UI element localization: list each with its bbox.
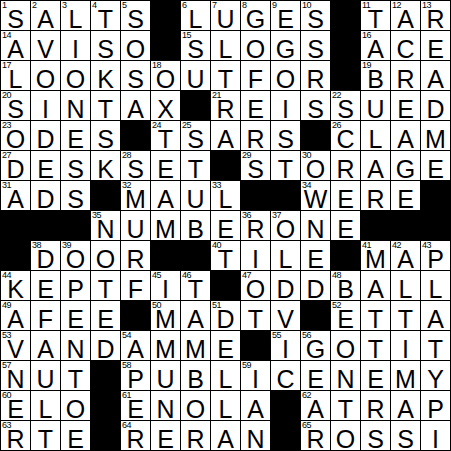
cell-r4-c8[interactable]: 21R	[211, 91, 241, 121]
cell-r15-c7[interactable]: R	[181, 421, 211, 451]
cell-letter: R	[121, 241, 150, 271]
block-r9-c6	[151, 241, 181, 271]
cell-letter: T	[91, 271, 120, 301]
cell-letter: A	[31, 331, 60, 361]
cell-letter: E	[61, 421, 90, 451]
cell-r9-c3[interactable]: 39O	[61, 241, 91, 271]
cell-r10-c13[interactable]: A	[361, 271, 391, 301]
cell-r12-c11[interactable]: 56G	[301, 331, 331, 361]
cell-letter: T	[181, 151, 210, 181]
cell-r13-c13[interactable]: E	[361, 361, 391, 391]
cell-letter: S	[271, 121, 300, 151]
cell-letter: A	[391, 121, 420, 151]
cell-letter: L	[61, 1, 90, 31]
cell-letter: T	[211, 61, 240, 91]
cell-letter: E	[121, 391, 150, 421]
cell-r12-c3[interactable]: N	[61, 331, 91, 361]
cell-r1-c11[interactable]: 10S	[301, 1, 331, 31]
cell-letter: B	[361, 61, 390, 91]
cell-r9-c4[interactable]: O	[91, 241, 121, 271]
cell-r2-c2[interactable]: V	[31, 31, 61, 61]
cell-r7-c5[interactable]: 32M	[121, 181, 151, 211]
cell-r3-c10[interactable]: O	[271, 61, 301, 91]
cell-r4-c15[interactable]: D	[421, 91, 451, 121]
cell-r6-c5[interactable]: 28S	[121, 151, 151, 181]
cell-letter: R	[211, 91, 240, 121]
block-r7-c10	[271, 181, 301, 211]
cell-r1-c14[interactable]: 12A	[391, 1, 421, 31]
cell-r12-c4[interactable]: D	[91, 331, 121, 361]
cell-r15-c14[interactable]: S	[391, 421, 421, 451]
cell-letter: S	[61, 181, 90, 211]
cell-letter: S	[91, 31, 120, 61]
cell-r1-c2[interactable]: 2A	[31, 1, 61, 31]
cell-letter: R	[241, 211, 270, 241]
block-r3-c12	[331, 61, 361, 91]
cell-r9-c11[interactable]: E	[301, 241, 331, 271]
cell-r15-c15[interactable]: I	[421, 421, 451, 451]
cell-letter: G	[241, 1, 270, 31]
cell-r3-c2[interactable]: O	[31, 61, 61, 91]
cell-r9-c8[interactable]: 40T	[211, 241, 241, 271]
cell-r3-c7[interactable]: U	[181, 61, 211, 91]
cell-r8-c8[interactable]: E	[211, 211, 241, 241]
cell-letter: A	[391, 1, 420, 31]
cell-r3-c1[interactable]: 17L	[1, 61, 31, 91]
cell-r6-c1[interactable]: 27D	[1, 151, 31, 181]
cell-r3-c15[interactable]: A	[421, 61, 451, 91]
cell-r15-c3[interactable]: E	[61, 421, 91, 451]
cell-r14-c14[interactable]: A	[391, 391, 421, 421]
block-r4-c7	[181, 91, 211, 121]
cell-r15-c9[interactable]: N	[241, 421, 271, 451]
cell-letter: A	[361, 271, 390, 301]
cell-r8-c10[interactable]: 37O	[271, 211, 301, 241]
cell-r9-c15[interactable]: 43P	[421, 241, 451, 271]
cell-letter: T	[271, 151, 300, 181]
cell-letter: N	[61, 331, 90, 361]
cell-r9-c2[interactable]: 38D	[31, 241, 61, 271]
cell-r12-c6[interactable]: M	[151, 331, 181, 361]
cell-letter: S	[121, 151, 150, 181]
cell-r11-c4[interactable]: E	[91, 301, 121, 331]
cell-r6-c12[interactable]: R	[331, 151, 361, 181]
cell-r6-c11[interactable]: 30O	[301, 151, 331, 181]
cell-r9-c10[interactable]: L	[271, 241, 301, 271]
cell-r6-c6[interactable]: E	[151, 151, 181, 181]
cell-letter: D	[421, 91, 450, 121]
cell-r11-c10[interactable]: V	[271, 301, 301, 331]
cell-r4-c4[interactable]: T	[91, 91, 121, 121]
cell-r10-c4[interactable]: T	[91, 271, 121, 301]
cell-letter: A	[151, 181, 180, 211]
cell-letter: U	[181, 61, 210, 91]
cell-r3-c5[interactable]: S	[121, 61, 151, 91]
cell-letter: N	[241, 421, 270, 451]
cell-r15-c6[interactable]: E	[151, 421, 181, 451]
cell-r5-c9[interactable]: R	[241, 121, 271, 151]
cell-r4-c9[interactable]: E	[241, 91, 271, 121]
block-r15-c10	[271, 421, 301, 451]
cell-letter: L	[1, 61, 30, 91]
cell-r6-c13[interactable]: A	[361, 151, 391, 181]
cell-r15-c13[interactable]: S	[361, 421, 391, 451]
cell-r11-c6[interactable]: 50M	[151, 301, 181, 331]
block-r2-c6	[151, 31, 181, 61]
cell-r13-c7[interactable]: B	[181, 361, 211, 391]
cell-r5-c2[interactable]: D	[31, 121, 61, 151]
cell-r5-c13[interactable]: L	[361, 121, 391, 151]
cell-r14-c1[interactable]: 60E	[1, 391, 31, 421]
cell-r3-c13[interactable]: 19B	[361, 61, 391, 91]
cell-r10-c9[interactable]: 47O	[241, 271, 271, 301]
cell-letter: S	[301, 91, 330, 121]
cell-letter: L	[361, 121, 390, 151]
block-r13-c4	[91, 361, 121, 391]
cell-r12-c7[interactable]: M	[181, 331, 211, 361]
cell-r9-c14[interactable]: 42A	[391, 241, 421, 271]
cell-r5-c6[interactable]: 24T	[151, 121, 181, 151]
cell-r13-c12[interactable]: N	[331, 361, 361, 391]
cell-r8-c12[interactable]: E	[331, 211, 361, 241]
cell-letter: O	[241, 271, 270, 301]
cell-letter: A	[361, 31, 390, 61]
cell-r13-c1[interactable]: 57N	[1, 361, 31, 391]
cell-r13-c3[interactable]: T	[61, 361, 91, 391]
cell-r7-c2[interactable]: D	[31, 181, 61, 211]
cell-r4-c1[interactable]: 20S	[1, 91, 31, 121]
cell-r10-c15[interactable]: L	[421, 271, 451, 301]
cell-r4-c10[interactable]: I	[271, 91, 301, 121]
cell-r1-c4[interactable]: 4T	[91, 1, 121, 31]
cell-letter: E	[31, 151, 60, 181]
cell-r11-c9[interactable]: T	[241, 301, 271, 331]
cell-r1-c10[interactable]: 9E	[271, 1, 301, 31]
cell-letter: N	[151, 391, 180, 421]
cell-letter: C	[391, 31, 420, 61]
block-r7-c15	[421, 181, 451, 211]
cell-r6-c3[interactable]: S	[61, 151, 91, 181]
cell-letter: A	[1, 31, 30, 61]
cell-r5-c4[interactable]: S	[91, 121, 121, 151]
cell-r14-c13[interactable]: R	[361, 391, 391, 421]
cell-r10-c1[interactable]: 44K	[1, 271, 31, 301]
cell-r10-c11[interactable]: D	[301, 271, 331, 301]
cell-r4-c14[interactable]: E	[391, 91, 421, 121]
cell-r10-c10[interactable]: D	[271, 271, 301, 301]
cell-r13-c2[interactable]: U	[31, 361, 61, 391]
cell-r4-c2[interactable]: I	[31, 91, 61, 121]
cell-r7-c14[interactable]: E	[391, 181, 421, 211]
cell-r10-c6[interactable]: 45I	[151, 271, 181, 301]
cell-letter: N	[91, 211, 120, 241]
cell-r15-c12[interactable]: O	[331, 421, 361, 451]
cell-r9-c13[interactable]: 41M	[361, 241, 391, 271]
cell-r8-c6[interactable]: M	[151, 211, 181, 241]
cell-letter: O	[271, 211, 300, 241]
cell-letter: P	[421, 391, 450, 421]
cell-r3-c14[interactable]: R	[391, 61, 421, 91]
cell-letter: E	[301, 361, 330, 391]
cell-r2-c8[interactable]: L	[211, 31, 241, 61]
block-r8-c14	[391, 211, 421, 241]
cell-r14-c11[interactable]: 62A	[301, 391, 331, 421]
cell-letter: E	[61, 301, 90, 331]
cell-r10-c5[interactable]: F	[121, 271, 151, 301]
cell-letter: Y	[421, 361, 450, 391]
cell-r11-c3[interactable]: E	[61, 301, 91, 331]
cell-r9-c9[interactable]: I	[241, 241, 271, 271]
cell-r13-c5[interactable]: 58P	[121, 361, 151, 391]
cell-letter: P	[61, 271, 90, 301]
cell-letter: A	[211, 421, 240, 451]
cell-r3-c3[interactable]: O	[61, 61, 91, 91]
cell-letter: A	[1, 181, 30, 211]
cell-r14-c5[interactable]: 61E	[121, 391, 151, 421]
cell-letter: A	[301, 391, 330, 421]
block-r8-c3	[61, 211, 91, 241]
cell-r1-c13[interactable]: 11T	[361, 1, 391, 31]
cell-r3-c9[interactable]: F	[241, 61, 271, 91]
cell-r15-c1[interactable]: 63R	[1, 421, 31, 451]
cell-r7-c3[interactable]: S	[61, 181, 91, 211]
cell-r12-c5[interactable]: 54A	[121, 331, 151, 361]
cell-r2-c14[interactable]: C	[391, 31, 421, 61]
cell-r4-c12[interactable]: 22S	[331, 91, 361, 121]
cell-letter: T	[151, 121, 180, 151]
cell-r14-c7[interactable]: O	[181, 391, 211, 421]
cell-letter: O	[181, 391, 210, 421]
cell-r1-c3[interactable]: 3L	[61, 1, 91, 31]
cell-r10-c2[interactable]: E	[31, 271, 61, 301]
cell-r12-c10[interactable]: 55I	[271, 331, 301, 361]
cell-letter: M	[361, 241, 390, 271]
cell-r12-c13[interactable]: T	[361, 331, 391, 361]
cell-letter: S	[121, 1, 150, 31]
cell-r2-c3[interactable]: I	[61, 31, 91, 61]
cell-r13-c6[interactable]: U	[151, 361, 181, 391]
cell-r1-c1[interactable]: 1S	[1, 1, 31, 31]
cell-r8-c4[interactable]: 35N	[91, 211, 121, 241]
cell-letter: R	[181, 421, 210, 451]
cell-r10-c7[interactable]: 46T	[181, 271, 211, 301]
cell-r2-c5[interactable]: O	[121, 31, 151, 61]
cell-r15-c8[interactable]: A	[211, 421, 241, 451]
cell-r3-c4[interactable]: K	[91, 61, 121, 91]
cell-r2-c13[interactable]: 16A	[361, 31, 391, 61]
block-r7-c9	[241, 181, 271, 211]
cell-letter: S	[331, 91, 360, 121]
cell-letter: L	[391, 271, 420, 301]
cell-letter: R	[301, 61, 330, 91]
cell-r13-c8[interactable]: L	[211, 361, 241, 391]
cell-letter: G	[301, 331, 330, 361]
cell-r6-c4[interactable]: K	[91, 151, 121, 181]
cell-r10-c12[interactable]: 48B	[331, 271, 361, 301]
cell-r13-c10[interactable]: C	[271, 361, 301, 391]
cell-r5-c12[interactable]: 26C	[331, 121, 361, 151]
cell-r6-c10[interactable]: T	[271, 151, 301, 181]
cell-r2-c11[interactable]: S	[301, 31, 331, 61]
cell-r1-c5[interactable]: 5S	[121, 1, 151, 31]
cell-letter: I	[61, 31, 90, 61]
cell-r11-c1[interactable]: 49A	[1, 301, 31, 331]
cell-r12-c12[interactable]: O	[331, 331, 361, 361]
cell-r14-c2[interactable]: L	[31, 391, 61, 421]
cell-r4-c3[interactable]: N	[61, 91, 91, 121]
block-r8-c13	[361, 211, 391, 241]
cell-letter: I	[421, 421, 450, 451]
cell-r11-c15[interactable]: A	[421, 301, 451, 331]
cell-letter: D	[31, 181, 60, 211]
cell-r7-c8[interactable]: 33L	[211, 181, 241, 211]
cell-r1-c15[interactable]: 13R	[421, 1, 451, 31]
cell-r7-c12[interactable]: E	[331, 181, 361, 211]
cell-letter: E	[361, 361, 390, 391]
cell-letter: S	[301, 1, 330, 31]
cell-r15-c5[interactable]: 64R	[121, 421, 151, 451]
cell-r13-c11[interactable]: E	[301, 361, 331, 391]
cell-letter: T	[31, 421, 60, 451]
cell-r6-c15[interactable]: E	[421, 151, 451, 181]
crossword-board: 1S2A3L4T5S6L7U8G9E10S11T12A13R14AVISO15S…	[0, 0, 451, 451]
cell-letter: W	[301, 181, 330, 211]
cell-letter: E	[151, 421, 180, 451]
cell-r11-c13[interactable]: T	[361, 301, 391, 331]
cell-r8-c9[interactable]: 36R	[241, 211, 271, 241]
cell-r14-c9[interactable]: A	[241, 391, 271, 421]
cell-r5-c14[interactable]: A	[391, 121, 421, 151]
cell-r3-c11[interactable]: R	[301, 61, 331, 91]
cell-r4-c6[interactable]: X	[151, 91, 181, 121]
cell-letter: E	[211, 331, 240, 361]
cell-letter: B	[181, 211, 210, 241]
cell-r12-c8[interactable]: E	[211, 331, 241, 361]
cell-letter: E	[421, 151, 450, 181]
cell-r11-c2[interactable]: F	[31, 301, 61, 331]
cell-r10-c14[interactable]: L	[391, 271, 421, 301]
cell-r2-c4[interactable]: S	[91, 31, 121, 61]
cell-letter: X	[151, 91, 180, 121]
cell-r5-c10[interactable]: S	[271, 121, 301, 151]
cell-letter: V	[271, 301, 300, 331]
cell-r12-c2[interactable]: A	[31, 331, 61, 361]
cell-r8-c7[interactable]: B	[181, 211, 211, 241]
cell-letter: M	[151, 211, 180, 241]
cell-r13-c14[interactable]: M	[391, 361, 421, 391]
cell-r1-c7[interactable]: 6L	[181, 1, 211, 31]
block-r11-c5	[121, 301, 151, 331]
cell-r2-c15[interactable]: E	[421, 31, 451, 61]
cell-r5-c8[interactable]: A	[211, 121, 241, 151]
block-r9-c12	[331, 241, 361, 271]
cell-r3-c6[interactable]: 18O	[151, 61, 181, 91]
cell-letter: I	[241, 241, 270, 271]
cell-letter: E	[391, 181, 420, 211]
cell-r14-c3[interactable]: O	[61, 391, 91, 421]
cell-letter: U	[181, 181, 210, 211]
cell-r7-c13[interactable]: R	[361, 181, 391, 211]
cell-r5-c1[interactable]: 23O	[1, 121, 31, 151]
cell-r12-c14[interactable]: I	[391, 331, 421, 361]
cell-r5-c7[interactable]: 25S	[181, 121, 211, 151]
cell-r1-c9[interactable]: 8G	[241, 1, 271, 31]
cell-letter: R	[1, 421, 30, 451]
cell-letter: U	[151, 361, 180, 391]
cell-r9-c5[interactable]: R	[121, 241, 151, 271]
cell-r2-c1[interactable]: 14A	[1, 31, 31, 61]
cell-r4-c5[interactable]: A	[121, 91, 151, 121]
cell-r15-c2[interactable]: T	[31, 421, 61, 451]
cell-letter: R	[331, 151, 360, 181]
cell-letter: L	[271, 241, 300, 271]
cell-letter: D	[211, 301, 240, 331]
cell-r13-c15[interactable]: Y	[421, 361, 451, 391]
cell-r2-c10[interactable]: G	[271, 31, 301, 61]
cell-letter: R	[361, 391, 390, 421]
cell-r5-c3[interactable]: E	[61, 121, 91, 151]
cell-r4-c13[interactable]: U	[361, 91, 391, 121]
cell-r13-c9[interactable]: 59I	[241, 361, 271, 391]
cell-r7-c6[interactable]: A	[151, 181, 181, 211]
cell-r6-c14[interactable]: G	[391, 151, 421, 181]
block-r1-c6	[151, 1, 181, 31]
cell-letter: R	[421, 1, 450, 31]
cell-r6-c7[interactable]: T	[181, 151, 211, 181]
cell-r1-c8[interactable]: 7U	[211, 1, 241, 31]
cell-r15-c11[interactable]: 65R	[301, 421, 331, 451]
cell-letter: L	[211, 391, 240, 421]
cell-r2-c7[interactable]: 15S	[181, 31, 211, 61]
cell-r11-c14[interactable]: T	[391, 301, 421, 331]
cell-r11-c12[interactable]: 52E	[331, 301, 361, 331]
cell-r5-c15[interactable]: M	[421, 121, 451, 151]
cell-letter: S	[61, 151, 90, 181]
cell-letter: E	[1, 391, 30, 421]
cell-r14-c12[interactable]: T	[331, 391, 361, 421]
cell-r8-c11[interactable]: N	[301, 211, 331, 241]
cell-r7-c1[interactable]: 31A	[1, 181, 31, 211]
cell-r14-c6[interactable]: N	[151, 391, 181, 421]
cell-r2-c9[interactable]: O	[241, 31, 271, 61]
cell-letter: S	[91, 121, 120, 151]
cell-r12-c15[interactable]: T	[421, 331, 451, 361]
cell-r6-c9[interactable]: 29S	[241, 151, 271, 181]
cell-r11-c8[interactable]: 51D	[211, 301, 241, 331]
cell-letter: R	[391, 61, 420, 91]
cell-letter: U	[121, 211, 150, 241]
cell-r14-c8[interactable]: L	[211, 391, 241, 421]
cell-r14-c15[interactable]: P	[421, 391, 451, 421]
cell-letter: R	[241, 121, 270, 151]
cell-letter: O	[331, 421, 360, 451]
cell-r7-c11[interactable]: 34W	[301, 181, 331, 211]
block-r1-c12	[331, 1, 361, 31]
block-r9-c1	[1, 241, 31, 271]
cell-r11-c7[interactable]: A	[181, 301, 211, 331]
cell-letter: O	[151, 61, 180, 91]
cell-letter: T	[91, 91, 120, 121]
cell-r4-c11[interactable]: S	[301, 91, 331, 121]
cell-r12-c1[interactable]: 53V	[1, 331, 31, 361]
cell-r7-c7[interactable]: U	[181, 181, 211, 211]
cell-letter: L	[211, 361, 240, 391]
cell-letter: S	[181, 121, 210, 151]
cell-r10-c3[interactable]: P	[61, 271, 91, 301]
cell-r6-c2[interactable]: E	[31, 151, 61, 181]
cell-r3-c8[interactable]: T	[211, 61, 241, 91]
cell-r8-c5[interactable]: U	[121, 211, 151, 241]
